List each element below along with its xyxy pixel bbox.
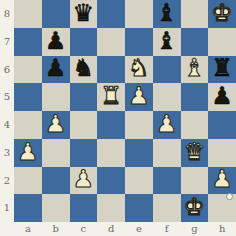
square-g1[interactable]: ♚ [181,194,209,222]
piece-black-pawn-b6[interactable]: ♟ [45,56,67,80]
square-g5[interactable] [181,83,209,111]
square-a1[interactable] [14,194,42,222]
square-f4[interactable]: ♟ [153,111,181,139]
square-g8[interactable] [181,0,209,28]
white-to-move-indicator [226,193,233,200]
square-e5[interactable]: ♟ [125,83,153,111]
square-b2[interactable] [42,167,70,195]
square-c6[interactable]: ♞ [70,56,98,84]
square-h6[interactable]: ♜ [208,56,236,84]
file-label-a: a [14,222,42,236]
square-c1[interactable] [70,194,98,222]
square-e1[interactable] [125,194,153,222]
square-d6[interactable] [97,56,125,84]
rank-label-1: 1 [0,194,14,222]
piece-black-bishop-f8[interactable]: ♝ [156,1,178,25]
square-d7[interactable] [97,28,125,56]
square-c3[interactable] [70,139,98,167]
file-label-f: f [153,222,181,236]
square-f6[interactable] [153,56,181,84]
piece-black-king-h8[interactable]: ♚ [211,1,233,25]
square-c2[interactable]: ♟ [70,167,98,195]
rank-label-2: 2 [0,167,14,195]
file-labels: abcdefgh [14,222,236,236]
square-a2[interactable] [14,167,42,195]
square-g6[interactable]: ♝ [181,56,209,84]
piece-white-rook-d5[interactable]: ♜ [100,84,122,108]
rank-label-6: 6 [0,56,14,84]
square-h2[interactable]: ♟ [208,167,236,195]
square-e8[interactable] [125,0,153,28]
rank-label-8: 8 [0,0,14,28]
piece-black-pawn-b7[interactable]: ♟ [45,29,67,53]
square-d4[interactable] [97,111,125,139]
square-d2[interactable] [97,167,125,195]
square-h7[interactable] [208,28,236,56]
square-d8[interactable] [97,0,125,28]
square-g4[interactable] [181,111,209,139]
piece-black-pawn-h5[interactable]: ♟ [211,84,233,108]
square-f1[interactable] [153,194,181,222]
square-e7[interactable] [125,28,153,56]
square-g7[interactable] [181,28,209,56]
square-b6[interactable]: ♟ [42,56,70,84]
square-b4[interactable]: ♟ [42,111,70,139]
piece-white-bishop-g6[interactable]: ♝ [184,56,206,80]
square-f7[interactable]: ♝ [153,28,181,56]
square-h5[interactable]: ♟ [208,83,236,111]
square-h4[interactable] [208,111,236,139]
file-label-b: b [42,222,70,236]
square-a3[interactable]: ♟ [14,139,42,167]
square-d1[interactable] [97,194,125,222]
square-d5[interactable]: ♜ [97,83,125,111]
rank-labels: 87654321 [0,0,14,222]
square-f8[interactable]: ♝ [153,0,181,28]
square-e4[interactable] [125,111,153,139]
file-label-g: g [181,222,209,236]
piece-black-knight-c6[interactable]: ♞ [73,56,95,80]
file-label-e: e [125,222,153,236]
square-g2[interactable] [181,167,209,195]
square-c8[interactable]: ♛ [70,0,98,28]
square-g3[interactable]: ♛ [181,139,209,167]
square-a4[interactable] [14,111,42,139]
square-a6[interactable] [14,56,42,84]
square-f3[interactable] [153,139,181,167]
piece-white-pawn-b4[interactable]: ♟ [45,112,67,136]
square-b8[interactable] [42,0,70,28]
piece-white-pawn-f4[interactable]: ♟ [156,112,178,136]
piece-black-bishop-f7[interactable]: ♝ [156,29,178,53]
square-f5[interactable] [153,83,181,111]
square-f2[interactable] [153,167,181,195]
file-label-c: c [70,222,98,236]
piece-white-pawn-e5[interactable]: ♟ [128,84,150,108]
chess-board[interactable]: ♛♝♚♟♝♟♞♞♝♜♜♟♟♟♟♟♛♟♟♚ [14,0,236,222]
piece-black-rook-h6[interactable]: ♜ [211,56,233,80]
square-e2[interactable] [125,167,153,195]
square-b7[interactable]: ♟ [42,28,70,56]
rank-label-5: 5 [0,83,14,111]
piece-white-knight-e6[interactable]: ♞ [128,56,150,80]
piece-white-pawn-c2[interactable]: ♟ [73,167,95,191]
square-h8[interactable]: ♚ [208,0,236,28]
square-a7[interactable] [14,28,42,56]
piece-white-queen-g3[interactable]: ♛ [184,140,206,164]
piece-white-pawn-a3[interactable]: ♟ [17,140,39,164]
square-a8[interactable] [14,0,42,28]
chess-diagram: 87654321 ♛♝♚♟♝♟♞♞♝♜♜♟♟♟♟♟♛♟♟♚ abcdefgh [0,0,236,236]
rank-label-4: 4 [0,111,14,139]
piece-white-pawn-h2[interactable]: ♟ [211,167,233,191]
piece-black-queen-c8[interactable]: ♛ [73,1,95,25]
square-a5[interactable] [14,83,42,111]
square-c5[interactable] [70,83,98,111]
square-d3[interactable] [97,139,125,167]
file-label-d: d [97,222,125,236]
square-b3[interactable] [42,139,70,167]
square-e3[interactable] [125,139,153,167]
file-label-h: h [208,222,236,236]
square-c7[interactable] [70,28,98,56]
rank-label-7: 7 [0,28,14,56]
piece-white-king-g1[interactable]: ♚ [184,195,206,219]
square-c4[interactable] [70,111,98,139]
square-b1[interactable] [42,194,70,222]
square-b5[interactable] [42,83,70,111]
rank-label-3: 3 [0,139,14,167]
square-e6[interactable]: ♞ [125,56,153,84]
square-h3[interactable] [208,139,236,167]
